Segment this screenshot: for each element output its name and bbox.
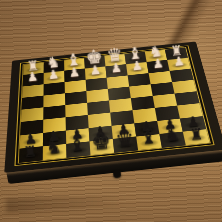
piece-white-bishop[interactable]: ♝: [127, 45, 143, 62]
piece-black-knight[interactable]: ♞: [164, 126, 181, 145]
square-g1[interactable]: ♞: [44, 60, 65, 73]
piece-shadow: [108, 68, 125, 75]
piece-shadow: [168, 51, 186, 58]
piece-white-knight[interactable]: ♞: [148, 44, 163, 60]
piece-shadow: [25, 66, 41, 73]
square-d4[interactable]: [108, 86, 131, 100]
square-b8[interactable]: ♞: [159, 132, 185, 148]
square-f2[interactable]: ♟: [64, 69, 85, 82]
piece-white-pawn[interactable]: ♟: [152, 57, 164, 71]
square-a5[interactable]: [175, 91, 200, 105]
square-e8[interactable]: ♚: [90, 139, 115, 155]
piece-white-rook[interactable]: ♜: [170, 44, 183, 58]
piece-white-pawn[interactable]: ♟: [110, 62, 122, 76]
piece-black-rook[interactable]: ♜: [23, 143, 38, 160]
square-a3[interactable]: [170, 69, 194, 82]
piece-shadow: [149, 64, 167, 71]
piece-white-knight[interactable]: ♞: [46, 55, 61, 71]
square-a1[interactable]: ♜: [165, 48, 188, 60]
piece-black-rook[interactable]: ♜: [189, 126, 204, 143]
square-d8[interactable]: ♛: [113, 136, 138, 152]
square-f4[interactable]: [65, 91, 87, 105]
piece-white-pawn[interactable]: ♟: [131, 59, 143, 73]
piece-black-knight[interactable]: ♞: [45, 139, 62, 158]
square-h5[interactable]: [21, 107, 43, 122]
square-d3[interactable]: [107, 75, 130, 89]
piece-black-king[interactable]: ♚: [90, 129, 112, 153]
square-e1[interactable]: ♚: [84, 56, 105, 69]
piece-shadow: [170, 62, 188, 69]
scene: ♜♞♝♚♛♝♞♜♟♟♟♟♟♟♟♟♟♟♟♟♟♟♟♟♜♞♝♚♛♝♞♜: [0, 0, 222, 222]
piece-shadow: [129, 66, 147, 73]
gold-pinstripe-border: ♜♞♝♚♛♝♞♜♟♟♟♟♟♟♟♟♟♟♟♟♟♟♟♟♜♞♝♚♛♝♞♜: [14, 45, 214, 165]
square-f1[interactable]: ♝: [64, 58, 85, 71]
square-c4[interactable]: [129, 84, 153, 98]
square-e4[interactable]: [86, 89, 109, 103]
piece-shadow: [25, 77, 42, 84]
piece-black-bishop[interactable]: ♝: [140, 128, 158, 148]
chess-board: ♜♞♝♚♛♝♞♜♟♟♟♟♟♟♟♟♟♟♟♟♟♟♟♟♜♞♝♚♛♝♞♜: [4, 41, 222, 172]
piece-shadow: [127, 56, 144, 63]
board-clasp-latch: [113, 170, 121, 179]
piece-black-queen[interactable]: ♛: [115, 128, 136, 150]
piece-white-king[interactable]: ♚: [85, 46, 104, 66]
piece-white-pawn[interactable]: ♟: [47, 68, 59, 82]
piece-shadow: [66, 62, 83, 69]
square-h3[interactable]: [22, 84, 44, 98]
square-a4[interactable]: [172, 80, 196, 94]
square-b3[interactable]: [149, 71, 172, 84]
square-g3[interactable]: [44, 82, 65, 96]
square-b1[interactable]: ♞: [145, 50, 167, 62]
square-g2[interactable]: ♟: [44, 71, 65, 84]
piece-shadow: [46, 75, 63, 82]
piece-white-pawn[interactable]: ♟: [173, 55, 185, 69]
square-h1[interactable]: ♜: [23, 62, 44, 75]
square-d2[interactable]: ♟: [105, 64, 127, 77]
square-c1[interactable]: ♝: [125, 52, 147, 65]
piece-shadow: [46, 64, 62, 71]
square-h4[interactable]: [22, 95, 44, 109]
square-f8[interactable]: ♝: [66, 141, 90, 158]
square-f3[interactable]: [65, 80, 87, 94]
board-squares: ♜♞♝♚♛♝♞♜♟♟♟♟♟♟♟♟♟♟♟♟♟♟♟♟♜♞♝♚♛♝♞♜: [18, 47, 211, 164]
square-c3[interactable]: [128, 73, 151, 86]
square-c8[interactable]: ♝: [136, 134, 162, 150]
piece-shadow: [107, 58, 124, 65]
square-h8[interactable]: ♜: [19, 146, 43, 163]
camera-roll-wrapper: ♜♞♝♚♛♝♞♜♟♟♟♟♟♟♟♟♟♟♟♟♟♟♟♟♜♞♝♚♛♝♞♜: [0, 0, 220, 212]
piece-white-rook[interactable]: ♜: [26, 59, 39, 73]
square-a2[interactable]: ♟: [167, 58, 190, 71]
product-photo-chess-set: ♜♞♝♚♛♝♞♜♟♟♟♟♟♟♟♟♟♟♟♟♟♟♟♟♜♞♝♚♛♝♞♜: [0, 0, 222, 222]
square-a8[interactable]: ♜: [183, 129, 210, 145]
piece-white-pawn[interactable]: ♟: [89, 64, 101, 78]
square-e2[interactable]: ♟: [85, 67, 107, 80]
square-d1[interactable]: ♛: [104, 54, 126, 67]
piece-shadow: [147, 53, 164, 60]
piece-white-pawn[interactable]: ♟: [68, 66, 80, 80]
piece-shadow: [86, 60, 103, 67]
square-b2[interactable]: ♟: [147, 60, 170, 73]
piece-white-queen[interactable]: ♛: [106, 45, 124, 64]
piece-black-bishop[interactable]: ♝: [68, 135, 86, 155]
piece-shadow: [87, 70, 104, 77]
square-c2[interactable]: ♟: [126, 62, 149, 75]
square-g4[interactable]: [43, 93, 65, 107]
square-b4[interactable]: [151, 82, 175, 96]
piece-shadow: [66, 73, 83, 80]
square-e3[interactable]: [86, 77, 108, 91]
square-g8[interactable]: ♞: [43, 144, 67, 161]
piece-white-pawn[interactable]: ♟: [26, 70, 38, 84]
square-d5[interactable]: [109, 98, 133, 113]
square-h2[interactable]: ♟: [23, 73, 44, 86]
piece-white-bishop[interactable]: ♝: [66, 51, 82, 68]
